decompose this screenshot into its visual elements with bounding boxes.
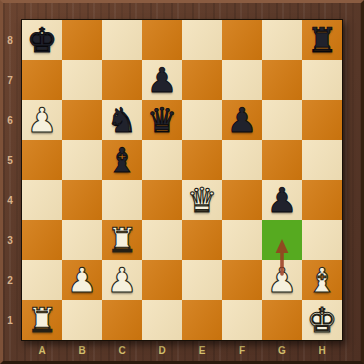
rank-label-1: 1 xyxy=(0,300,20,340)
rank-label-5: 5 xyxy=(0,140,20,180)
square-d7[interactable]: ♟ xyxy=(142,60,182,100)
piece-white-king[interactable]: ♚ xyxy=(307,303,337,337)
square-f3[interactable] xyxy=(222,220,262,260)
square-h3[interactable] xyxy=(302,220,342,260)
piece-black-bishop[interactable]: ♝ xyxy=(107,143,137,177)
square-d5[interactable] xyxy=(142,140,182,180)
square-d8[interactable] xyxy=(142,20,182,60)
square-a6[interactable]: ♟ xyxy=(22,100,62,140)
square-g6[interactable] xyxy=(262,100,302,140)
square-e6[interactable] xyxy=(182,100,222,140)
square-a4[interactable] xyxy=(22,180,62,220)
square-b7[interactable] xyxy=(62,60,102,100)
square-h4[interactable] xyxy=(302,180,342,220)
file-labels: ABCDEFGH xyxy=(22,340,342,361)
square-b4[interactable] xyxy=(62,180,102,220)
square-f7[interactable] xyxy=(222,60,262,100)
square-e7[interactable] xyxy=(182,60,222,100)
piece-white-queen[interactable]: ♛ xyxy=(187,183,217,217)
square-g5[interactable] xyxy=(262,140,302,180)
piece-black-knight[interactable]: ♞ xyxy=(107,103,137,137)
square-c8[interactable] xyxy=(102,20,142,60)
square-g7[interactable] xyxy=(262,60,302,100)
piece-black-rook[interactable]: ♜ xyxy=(307,23,337,57)
piece-black-king[interactable]: ♚ xyxy=(27,23,57,57)
square-d2[interactable] xyxy=(142,260,182,300)
rank-labels: 87654321 xyxy=(0,20,20,340)
square-f4[interactable] xyxy=(222,180,262,220)
file-label-b: B xyxy=(62,340,102,361)
square-f2[interactable] xyxy=(222,260,262,300)
square-c4[interactable] xyxy=(102,180,142,220)
square-b2[interactable]: ♟ xyxy=(62,260,102,300)
square-g2[interactable]: ♟ xyxy=(262,260,302,300)
square-e2[interactable] xyxy=(182,260,222,300)
square-c3[interactable]: ♜ xyxy=(102,220,142,260)
square-f5[interactable] xyxy=(222,140,262,180)
square-a3[interactable] xyxy=(22,220,62,260)
square-a7[interactable] xyxy=(22,60,62,100)
piece-white-pawn[interactable]: ♟ xyxy=(267,263,297,297)
chess-board: ♚♜♟♟♞♛♟♝♛♟♜♟♟♟♝♜♚ xyxy=(21,19,343,341)
square-e4[interactable]: ♛ xyxy=(182,180,222,220)
square-b3[interactable] xyxy=(62,220,102,260)
square-b1[interactable] xyxy=(62,300,102,340)
square-e5[interactable] xyxy=(182,140,222,180)
square-h1[interactable]: ♚ xyxy=(302,300,342,340)
piece-white-bishop[interactable]: ♝ xyxy=(307,263,337,297)
rank-label-8: 8 xyxy=(0,20,20,60)
square-a5[interactable] xyxy=(22,140,62,180)
file-label-a: A xyxy=(22,340,62,361)
square-h5[interactable] xyxy=(302,140,342,180)
square-c6[interactable]: ♞ xyxy=(102,100,142,140)
square-f1[interactable] xyxy=(222,300,262,340)
square-c7[interactable] xyxy=(102,60,142,100)
piece-white-pawn[interactable]: ♟ xyxy=(27,103,57,137)
square-h6[interactable] xyxy=(302,100,342,140)
square-c2[interactable]: ♟ xyxy=(102,260,142,300)
square-g8[interactable] xyxy=(262,20,302,60)
square-g1[interactable] xyxy=(262,300,302,340)
piece-black-pawn[interactable]: ♟ xyxy=(227,103,257,137)
rank-label-6: 6 xyxy=(0,100,20,140)
file-label-e: E xyxy=(182,340,222,361)
piece-black-queen[interactable]: ♛ xyxy=(147,103,177,137)
square-h7[interactable] xyxy=(302,60,342,100)
square-g3-highlighted[interactable] xyxy=(262,220,302,260)
square-f8[interactable] xyxy=(222,20,262,60)
piece-white-rook[interactable]: ♜ xyxy=(27,303,57,337)
piece-black-pawn[interactable]: ♟ xyxy=(147,63,177,97)
file-label-f: F xyxy=(222,340,262,361)
square-a1[interactable]: ♜ xyxy=(22,300,62,340)
square-d4[interactable] xyxy=(142,180,182,220)
square-d3[interactable] xyxy=(142,220,182,260)
square-c5[interactable]: ♝ xyxy=(102,140,142,180)
rank-label-4: 4 xyxy=(0,180,20,220)
piece-white-rook[interactable]: ♜ xyxy=(107,223,137,257)
square-e8[interactable] xyxy=(182,20,222,60)
square-b8[interactable] xyxy=(62,20,102,60)
square-c1[interactable] xyxy=(102,300,142,340)
file-label-g: G xyxy=(262,340,302,361)
file-label-d: D xyxy=(142,340,182,361)
rank-label-7: 7 xyxy=(0,60,20,100)
square-g4[interactable]: ♟ xyxy=(262,180,302,220)
piece-black-pawn[interactable]: ♟ xyxy=(267,183,297,217)
square-h8[interactable]: ♜ xyxy=(302,20,342,60)
square-a8[interactable]: ♚ xyxy=(22,20,62,60)
piece-white-pawn[interactable]: ♟ xyxy=(67,263,97,297)
square-e1[interactable] xyxy=(182,300,222,340)
square-d6[interactable]: ♛ xyxy=(142,100,182,140)
file-label-c: C xyxy=(102,340,142,361)
square-h2[interactable]: ♝ xyxy=(302,260,342,300)
square-b5[interactable] xyxy=(62,140,102,180)
piece-white-pawn[interactable]: ♟ xyxy=(107,263,137,297)
rank-label-2: 2 xyxy=(0,260,20,300)
square-e3[interactable] xyxy=(182,220,222,260)
rank-label-3: 3 xyxy=(0,220,20,260)
file-label-h: H xyxy=(302,340,342,361)
square-d1[interactable] xyxy=(142,300,182,340)
square-a2[interactable] xyxy=(22,260,62,300)
square-b6[interactable] xyxy=(62,100,102,140)
square-f6[interactable]: ♟ xyxy=(222,100,262,140)
